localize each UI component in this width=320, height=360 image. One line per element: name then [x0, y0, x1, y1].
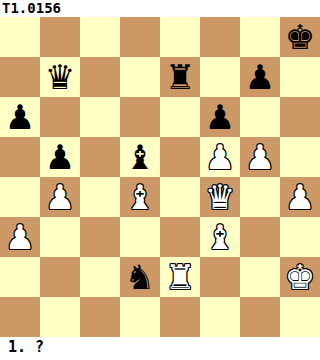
square-g3[interactable] [240, 217, 280, 257]
piece-black-p: ♟ [40, 137, 80, 177]
piece-black-r: ♜ [160, 57, 200, 97]
piece-black-n: ♞ [120, 257, 160, 297]
puzzle-id: T1.0156 [0, 0, 320, 17]
square-c5[interactable] [80, 137, 120, 177]
square-c3[interactable] [80, 217, 120, 257]
square-d2[interactable]: ♞ [120, 257, 160, 297]
piece-black-b: ♝ [120, 137, 160, 177]
square-h6[interactable] [280, 97, 320, 137]
piece-white-p: ♟ [240, 137, 280, 177]
square-b5[interactable]: ♟ [40, 137, 80, 177]
square-b6[interactable] [40, 97, 80, 137]
square-h1[interactable] [280, 297, 320, 337]
piece-black-k: ♚ [280, 17, 320, 57]
square-a7[interactable] [0, 57, 40, 97]
square-d3[interactable] [120, 217, 160, 257]
move-prompt: 1. ? [0, 337, 320, 360]
square-f3[interactable]: ♝ [200, 217, 240, 257]
square-e4[interactable] [160, 177, 200, 217]
piece-white-p: ♟ [40, 177, 80, 217]
square-d6[interactable] [120, 97, 160, 137]
square-a8[interactable] [0, 17, 40, 57]
square-a6[interactable]: ♟ [0, 97, 40, 137]
piece-white-k: ♚ [280, 257, 320, 297]
square-a2[interactable] [0, 257, 40, 297]
square-b4[interactable]: ♟ [40, 177, 80, 217]
square-g5[interactable]: ♟ [240, 137, 280, 177]
square-e8[interactable] [160, 17, 200, 57]
square-d4[interactable]: ♝ [120, 177, 160, 217]
square-h7[interactable] [280, 57, 320, 97]
square-g6[interactable] [240, 97, 280, 137]
square-e5[interactable] [160, 137, 200, 177]
square-c4[interactable] [80, 177, 120, 217]
square-f7[interactable] [200, 57, 240, 97]
square-a4[interactable] [0, 177, 40, 217]
square-c1[interactable] [80, 297, 120, 337]
square-g4[interactable] [240, 177, 280, 217]
square-h5[interactable] [280, 137, 320, 177]
square-a3[interactable]: ♟ [0, 217, 40, 257]
square-f8[interactable] [200, 17, 240, 57]
piece-black-p: ♟ [200, 97, 240, 137]
square-b3[interactable] [40, 217, 80, 257]
square-c2[interactable] [80, 257, 120, 297]
square-c7[interactable] [80, 57, 120, 97]
square-d1[interactable] [120, 297, 160, 337]
square-f2[interactable] [200, 257, 240, 297]
square-e2[interactable]: ♜ [160, 257, 200, 297]
square-a5[interactable] [0, 137, 40, 177]
square-a1[interactable] [0, 297, 40, 337]
square-f5[interactable]: ♟ [200, 137, 240, 177]
piece-white-b: ♝ [120, 177, 160, 217]
piece-white-p: ♟ [0, 217, 40, 257]
square-e1[interactable] [160, 297, 200, 337]
square-h4[interactable]: ♟ [280, 177, 320, 217]
piece-white-p: ♟ [280, 177, 320, 217]
square-g7[interactable]: ♟ [240, 57, 280, 97]
square-c6[interactable] [80, 97, 120, 137]
square-h3[interactable] [280, 217, 320, 257]
square-c8[interactable] [80, 17, 120, 57]
chess-board: ♚♛♜♟♟♟♟♝♟♟♟♝♛♟♟♝♞♜♚ [0, 17, 320, 337]
piece-black-p: ♟ [0, 97, 40, 137]
square-d8[interactable] [120, 17, 160, 57]
piece-black-q: ♛ [40, 57, 80, 97]
square-b8[interactable] [40, 17, 80, 57]
square-g2[interactable] [240, 257, 280, 297]
piece-white-b: ♝ [200, 217, 240, 257]
square-f4[interactable]: ♛ [200, 177, 240, 217]
square-b1[interactable] [40, 297, 80, 337]
piece-white-r: ♜ [160, 257, 200, 297]
square-g8[interactable] [240, 17, 280, 57]
square-f1[interactable] [200, 297, 240, 337]
piece-white-p: ♟ [200, 137, 240, 177]
square-d5[interactable]: ♝ [120, 137, 160, 177]
square-h2[interactable]: ♚ [280, 257, 320, 297]
square-e3[interactable] [160, 217, 200, 257]
square-f6[interactable]: ♟ [200, 97, 240, 137]
piece-white-q: ♛ [200, 177, 240, 217]
square-e6[interactable] [160, 97, 200, 137]
square-e7[interactable]: ♜ [160, 57, 200, 97]
square-d7[interactable] [120, 57, 160, 97]
piece-black-p: ♟ [240, 57, 280, 97]
square-b7[interactable]: ♛ [40, 57, 80, 97]
square-g1[interactable] [240, 297, 280, 337]
square-b2[interactable] [40, 257, 80, 297]
square-h8[interactable]: ♚ [280, 17, 320, 57]
